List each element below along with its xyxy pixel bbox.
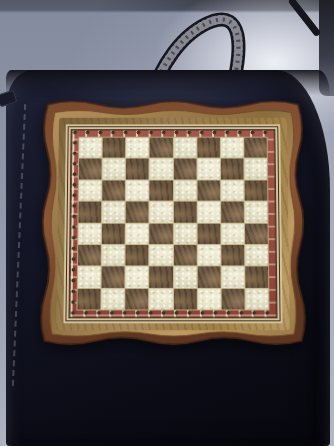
square-c3 (126, 245, 149, 266)
square-g8 (221, 138, 244, 158)
square-a4 (78, 223, 101, 244)
square-c5 (126, 202, 149, 223)
square-e1 (173, 289, 196, 310)
board-grid (76, 137, 269, 311)
square-h5 (245, 202, 268, 223)
square-f4 (197, 223, 220, 244)
square-c6 (126, 180, 149, 200)
square-a5 (78, 202, 101, 223)
square-h4 (245, 223, 268, 244)
bag-stitching (12, 104, 26, 386)
square-e8 (173, 138, 196, 158)
square-b1 (101, 289, 124, 310)
square-g3 (221, 245, 244, 266)
chess-board (28, 93, 318, 356)
mosaic-border (65, 126, 280, 321)
square-f3 (197, 245, 220, 266)
square-h2 (245, 267, 268, 288)
square-e7 (173, 159, 196, 179)
square-d2 (150, 267, 173, 288)
square-g6 (221, 180, 244, 200)
square-h7 (244, 159, 267, 179)
square-g5 (221, 202, 244, 223)
square-b8 (103, 138, 126, 158)
square-g1 (221, 289, 244, 310)
square-h3 (245, 245, 268, 266)
square-h1 (245, 289, 268, 310)
square-d5 (150, 202, 173, 223)
square-a3 (78, 245, 101, 266)
square-a7 (79, 159, 102, 179)
square-f7 (197, 159, 220, 179)
square-d8 (150, 138, 173, 158)
square-a2 (78, 267, 101, 288)
square-c2 (126, 267, 149, 288)
square-c7 (126, 159, 149, 179)
square-b7 (103, 159, 126, 179)
square-c8 (126, 138, 149, 158)
square-a6 (79, 180, 102, 200)
square-d3 (150, 245, 173, 266)
square-e3 (173, 245, 196, 266)
square-g7 (221, 159, 244, 179)
square-b6 (102, 180, 125, 200)
square-c4 (126, 223, 149, 244)
photo-scene (0, 0, 334, 446)
square-d4 (150, 223, 173, 244)
square-f6 (197, 180, 220, 200)
square-h8 (244, 138, 267, 158)
square-f2 (197, 267, 220, 288)
square-a1 (77, 289, 100, 310)
board-wood-margin (56, 118, 289, 330)
square-b5 (102, 202, 125, 223)
square-f1 (197, 289, 220, 310)
square-d6 (150, 180, 173, 200)
square-e5 (173, 202, 196, 223)
square-b4 (102, 223, 125, 244)
square-c1 (125, 289, 148, 310)
square-e2 (173, 267, 196, 288)
square-f8 (197, 138, 220, 158)
square-a8 (79, 138, 102, 158)
square-e6 (173, 180, 196, 200)
square-d1 (149, 289, 172, 310)
square-g2 (221, 267, 244, 288)
square-e4 (173, 223, 196, 244)
square-g4 (221, 223, 244, 244)
bag-opening-edge (6, 70, 330, 96)
square-d7 (150, 159, 173, 179)
square-f5 (197, 202, 220, 223)
square-h6 (244, 180, 267, 200)
square-b2 (102, 267, 125, 288)
square-b3 (102, 245, 125, 266)
